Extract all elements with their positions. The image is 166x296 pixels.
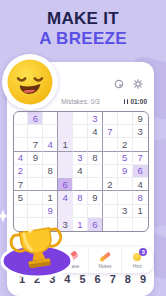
sudoku-cell[interactable]: 3 <box>133 125 148 138</box>
sparkle-icon <box>0 209 10 227</box>
headline-line2: A BREEZE <box>0 29 166 49</box>
sudoku-cell[interactable]: 6 <box>133 165 148 178</box>
sudoku-cell[interactable]: 5 <box>118 152 133 165</box>
numpad-8[interactable]: 8 <box>122 273 134 285</box>
sudoku-cell[interactable] <box>73 112 88 125</box>
sudoku-cell[interactable] <box>103 165 118 178</box>
sudoku-cell[interactable] <box>43 152 58 165</box>
sudoku-cell[interactable] <box>58 165 73 178</box>
sudoku-cell[interactable] <box>14 125 29 138</box>
sudoku-cell[interactable]: 8 <box>88 152 103 165</box>
sudoku-cell[interactable] <box>43 178 58 191</box>
sudoku-cell[interactable] <box>14 205 29 218</box>
pause-icon[interactable] <box>124 99 129 104</box>
sudoku-cell[interactable]: 7 <box>14 178 29 191</box>
sudoku-cell[interactable]: 2 <box>14 165 29 178</box>
sudoku-cell[interactable] <box>103 152 118 165</box>
sudoku-cell[interactable]: 8 <box>73 191 88 204</box>
sudoku-cell[interactable]: 6 <box>58 178 73 191</box>
sudoku-cell[interactable]: 7 <box>28 138 43 151</box>
sudoku-cell[interactable]: 7 <box>133 152 148 165</box>
sudoku-cell[interactable]: 9 <box>28 152 43 165</box>
sudoku-cell[interactable] <box>88 178 103 191</box>
sudoku-cell[interactable] <box>118 112 133 125</box>
sudoku-cell[interactable]: 2 <box>118 138 133 151</box>
gold-trophy-emoji <box>0 225 80 287</box>
sudoku-cell[interactable]: 8 <box>43 165 58 178</box>
sudoku-cell[interactable] <box>73 178 88 191</box>
sudoku-cell[interactable]: 9 <box>133 112 148 125</box>
sudoku-cell[interactable]: 6 <box>28 112 43 125</box>
sudoku-cell[interactable]: 4 <box>133 178 148 191</box>
headline-line1: MAKE IT <box>0 9 166 29</box>
sudoku-cell[interactable] <box>58 112 73 125</box>
sudoku-cell[interactable] <box>28 205 43 218</box>
sudoku-cell[interactable] <box>28 165 43 178</box>
timer: 01:00 <box>124 98 147 105</box>
sudoku-cell[interactable] <box>103 191 118 204</box>
sudoku-cell[interactable]: 2 <box>103 178 118 191</box>
sudoku-cell[interactable] <box>118 218 133 231</box>
sudoku-cell[interactable] <box>28 178 43 191</box>
pencil-icon <box>99 252 111 262</box>
sudoku-cell[interactable] <box>28 125 43 138</box>
sudoku-cell[interactable]: 4 <box>58 191 73 204</box>
sudoku-cell[interactable]: 1 <box>133 205 148 218</box>
sudoku-cell[interactable] <box>118 178 133 191</box>
sudoku-cell[interactable]: 1 <box>58 138 73 151</box>
sudoku-cell[interactable] <box>14 138 29 151</box>
sudoku-cell[interactable] <box>43 125 58 138</box>
sudoku-cell[interactable]: 4 <box>88 125 103 138</box>
sudoku-cell[interactable] <box>58 152 73 165</box>
sudoku-cell[interactable] <box>88 165 103 178</box>
sudoku-cell[interactable]: 9 <box>118 165 133 178</box>
sudoku-cell[interactable] <box>88 138 103 151</box>
sudoku-grid: 6394737412493857284967624514898931316 <box>13 111 149 232</box>
sudoku-cell[interactable] <box>133 138 148 151</box>
theme-icon[interactable] <box>114 79 124 89</box>
sudoku-cell[interactable]: 5 <box>14 191 29 204</box>
sudoku-cell[interactable] <box>118 191 133 204</box>
timer-value: 01:00 <box>130 98 147 105</box>
sudoku-cell[interactable] <box>28 191 43 204</box>
sudoku-cell[interactable] <box>73 125 88 138</box>
numpad-9[interactable]: 9 <box>137 273 149 285</box>
sudoku-cell[interactable] <box>58 205 73 218</box>
sudoku-cell[interactable]: 9 <box>43 205 58 218</box>
sudoku-cell[interactable] <box>43 112 58 125</box>
relieved-smiley-emoji <box>2 54 58 110</box>
hint-count-badge: 3 <box>139 248 147 256</box>
sudoku-cell[interactable] <box>103 205 118 218</box>
sudoku-cell[interactable]: 3 <box>88 112 103 125</box>
sudoku-cell[interactable]: 7 <box>103 125 118 138</box>
sudoku-cell[interactable]: 4 <box>43 138 58 151</box>
sudoku-cell[interactable] <box>73 205 88 218</box>
notes-label: Notes <box>98 263 111 269</box>
sudoku-cell[interactable]: 4 <box>73 165 88 178</box>
sudoku-cell[interactable] <box>103 218 118 231</box>
sudoku-cell[interactable]: 3 <box>73 152 88 165</box>
hint-button[interactable]: 3 Hint <box>121 247 153 273</box>
sudoku-cell[interactable] <box>118 125 133 138</box>
sudoku-cell[interactable]: 8 <box>133 191 148 204</box>
sudoku-cell[interactable]: 3 <box>118 205 133 218</box>
sudoku-cell[interactable] <box>73 138 88 151</box>
sudoku-cell[interactable]: 1 <box>43 191 58 204</box>
sudoku-cell[interactable] <box>133 218 148 231</box>
numpad-7[interactable]: 7 <box>107 273 119 285</box>
ad-headline: MAKE IT A BREEZE <box>0 0 166 49</box>
sudoku-cell[interactable]: 6 <box>88 218 103 231</box>
sudoku-cell[interactable] <box>88 205 103 218</box>
sudoku-cell[interactable]: 9 <box>88 191 103 204</box>
sudoku-cell[interactable] <box>58 125 73 138</box>
sudoku-cell[interactable] <box>14 112 29 125</box>
notes-button[interactable]: Notes <box>88 247 120 273</box>
hint-label: Hint <box>133 263 142 269</box>
numpad-6[interactable]: 6 <box>92 273 104 285</box>
sudoku-cell[interactable]: 4 <box>14 152 29 165</box>
gear-icon[interactable] <box>133 79 143 89</box>
sudoku-cell[interactable] <box>103 112 118 125</box>
lightbulb-icon: 3 <box>133 252 141 262</box>
sudoku-cell[interactable] <box>103 138 118 151</box>
